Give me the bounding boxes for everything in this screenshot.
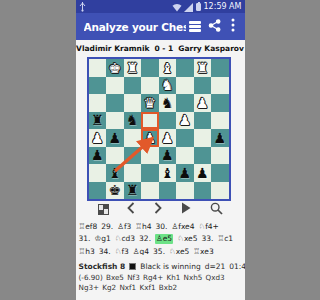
square-g4[interactable] bbox=[106, 112, 124, 130]
square-f2[interactable] bbox=[124, 77, 142, 95]
square-c5[interactable] bbox=[176, 129, 194, 147]
square-g8[interactable]: ♚ bbox=[106, 182, 124, 200]
flip-board-button[interactable] bbox=[98, 202, 109, 217]
app-title: Analyze your Chess bbox=[84, 21, 186, 33]
status-bar: 12:59 AM bbox=[76, 0, 245, 13]
square-d5[interactable]: ♟ bbox=[159, 129, 177, 147]
current-move[interactable]: ♙e5 bbox=[155, 234, 173, 243]
piece-bK: ♚ bbox=[108, 183, 121, 197]
overflow-menu-button[interactable] bbox=[224, 13, 243, 40]
move-token[interactable]: ♔g1 bbox=[94, 234, 110, 243]
move-token[interactable]: 32. bbox=[139, 234, 151, 243]
players-header: Vladimir Kramnik 0 - 1 Garry Kasparov bbox=[76, 40, 245, 57]
square-a2[interactable] bbox=[211, 77, 229, 95]
piece-bR: ♜ bbox=[126, 183, 139, 197]
board-toolbar bbox=[76, 201, 245, 218]
square-d1[interactable]: ♝ bbox=[159, 59, 177, 77]
square-e6[interactable] bbox=[141, 147, 159, 165]
square-h5[interactable]: ♟ bbox=[89, 129, 107, 147]
square-c4[interactable]: ♟ bbox=[176, 112, 194, 130]
move-token[interactable]: ♘f3 bbox=[115, 247, 129, 255]
piece-bN: ♞ bbox=[161, 96, 174, 110]
square-d7[interactable]: ♝ bbox=[159, 164, 177, 182]
piece-wB: ♝ bbox=[161, 61, 174, 75]
square-e4[interactable] bbox=[141, 112, 159, 130]
app-bar: Analyze your Chess bbox=[76, 13, 245, 40]
square-g1[interactable]: ♚ bbox=[106, 59, 124, 77]
piece-wN: ♞ bbox=[161, 78, 174, 92]
piece-bP: ♟ bbox=[161, 148, 174, 162]
piece-wR: ♜ bbox=[196, 61, 209, 75]
app-screen: 12:59 AM Analyze your Chess Vladimir Kra… bbox=[76, 0, 245, 300]
square-f3[interactable] bbox=[124, 94, 142, 112]
square-f1[interactable]: ♜ bbox=[124, 59, 142, 77]
chess-board[interactable]: ♚♜♝♜♞♛♞♟♜♞♟♟♟♟♟♟♟♟♝♝♟♟♚♜ bbox=[87, 57, 231, 201]
square-g7[interactable]: ♝ bbox=[106, 164, 124, 182]
move-token[interactable]: ♘xe5 bbox=[177, 234, 197, 243]
engine-name: Stockfish 8 bbox=[79, 262, 126, 271]
move-token[interactable]: ♖ef8 bbox=[79, 222, 98, 231]
game-list-icon bbox=[189, 21, 201, 32]
square-b8[interactable] bbox=[194, 182, 212, 200]
analysis-zoom-button[interactable] bbox=[210, 202, 223, 217]
square-c7[interactable]: ♟ bbox=[176, 164, 194, 182]
square-a7[interactable] bbox=[211, 164, 229, 182]
square-g3[interactable] bbox=[106, 94, 124, 112]
side-to-move-icon bbox=[129, 263, 136, 270]
move-token[interactable]: ♘f4+ bbox=[198, 222, 218, 231]
piece-wR: ♜ bbox=[126, 61, 139, 75]
piece-wP: ♟ bbox=[161, 131, 174, 145]
piece-bP: ♟ bbox=[108, 131, 121, 145]
square-b1[interactable]: ♜ bbox=[194, 59, 212, 77]
square-f4[interactable]: ♞ bbox=[124, 112, 142, 130]
square-a5[interactable]: ♟ bbox=[211, 129, 229, 147]
square-e2[interactable] bbox=[141, 77, 159, 95]
next-move-icon bbox=[154, 202, 162, 217]
move-token[interactable]: ♙f3 bbox=[117, 222, 131, 231]
square-g6[interactable] bbox=[106, 147, 124, 165]
square-b4[interactable] bbox=[194, 112, 212, 130]
piece-wQ: ♛ bbox=[143, 96, 156, 110]
square-b6[interactable] bbox=[194, 147, 212, 165]
piece-wP: ♟ bbox=[178, 113, 191, 127]
move-token[interactable]: ♘cd3 bbox=[115, 234, 135, 243]
square-h8[interactable] bbox=[89, 182, 107, 200]
square-f7[interactable] bbox=[124, 164, 142, 182]
move-token[interactable]: ♘xe5 bbox=[169, 247, 189, 255]
piece-bP: ♟ bbox=[196, 166, 209, 180]
square-e5[interactable]: ♟ bbox=[141, 129, 159, 147]
square-a8[interactable] bbox=[211, 182, 229, 200]
square-f5[interactable] bbox=[124, 129, 142, 147]
square-e7[interactable] bbox=[141, 164, 159, 182]
piece-bP: ♟ bbox=[178, 166, 191, 180]
battery-icon bbox=[196, 3, 201, 11]
black-player-name: Garry Kasparov bbox=[178, 44, 244, 53]
move-token[interactable]: ♙g4 bbox=[133, 247, 149, 255]
previous-move-icon bbox=[127, 202, 135, 217]
move-token[interactable]: 31. bbox=[79, 234, 91, 243]
share-icon bbox=[208, 19, 221, 35]
move-token[interactable]: 30. bbox=[156, 222, 168, 231]
square-c8[interactable] bbox=[176, 182, 194, 200]
piece-bP: ♟ bbox=[91, 148, 104, 162]
move-token[interactable]: ♖h3 bbox=[79, 247, 95, 255]
white-player-name: Vladimir Kramnik bbox=[76, 44, 149, 53]
square-d4[interactable] bbox=[159, 112, 177, 130]
piece-bP: ♟ bbox=[213, 131, 226, 145]
square-b7[interactable]: ♟ bbox=[194, 164, 212, 182]
square-b5[interactable] bbox=[194, 129, 212, 147]
square-h1[interactable] bbox=[89, 59, 107, 77]
square-c6[interactable] bbox=[176, 147, 194, 165]
zoom-analysis-icon bbox=[210, 202, 223, 218]
piece-wK: ♚ bbox=[108, 61, 121, 75]
play-icon bbox=[181, 202, 191, 217]
square-h7[interactable] bbox=[89, 164, 107, 182]
engine-line: (-6.90) Bxe5 Nf3 Rg4+ Kh1 Nxh5 Qxd3 Ng3+… bbox=[79, 273, 242, 293]
square-c3[interactable] bbox=[176, 94, 194, 112]
move-token[interactable]: ♖xe3 bbox=[193, 247, 213, 255]
game-list-button[interactable] bbox=[186, 13, 205, 40]
move-token[interactable]: 29. bbox=[101, 222, 113, 231]
square-b3[interactable]: ♟ bbox=[194, 94, 212, 112]
move-token[interactable]: ♖c1 bbox=[217, 234, 233, 243]
square-f6[interactable] bbox=[124, 147, 142, 165]
square-g5[interactable]: ♟ bbox=[106, 129, 124, 147]
square-h6[interactable]: ♟ bbox=[89, 147, 107, 165]
move-token[interactable]: 34. bbox=[99, 247, 111, 255]
prev-move-button[interactable] bbox=[127, 202, 135, 217]
piece-wP: ♟ bbox=[143, 131, 156, 145]
square-f8[interactable]: ♜ bbox=[124, 182, 142, 200]
piece-bB: ♝ bbox=[108, 166, 121, 180]
square-d6[interactable]: ♟ bbox=[159, 147, 177, 165]
engine-status-row: Stockfish 8 Black is winning d=21 01:41 bbox=[79, 260, 242, 273]
engine-clock: 01:41 bbox=[229, 262, 244, 271]
engine-panel: Stockfish 8 Black is winning d=21 01:41 … bbox=[76, 255, 245, 293]
flip-board-icon bbox=[98, 204, 109, 215]
move-token[interactable]: 35. bbox=[153, 247, 165, 255]
piece-wP: ♟ bbox=[196, 96, 209, 110]
square-a1[interactable] bbox=[211, 59, 229, 77]
square-h2[interactable] bbox=[89, 77, 107, 95]
square-e1[interactable] bbox=[141, 59, 159, 77]
piece-bR: ♜ bbox=[91, 113, 104, 127]
square-e3[interactable]: ♛ bbox=[141, 94, 159, 112]
square-c1[interactable] bbox=[176, 59, 194, 77]
move-token[interactable]: ♙fxe4 bbox=[172, 222, 195, 231]
overflow-menu-icon bbox=[231, 18, 235, 35]
move-token[interactable]: ♖h4 bbox=[135, 222, 151, 231]
square-h3[interactable] bbox=[89, 94, 107, 112]
piece-bN: ♞ bbox=[126, 113, 139, 127]
square-e8[interactable] bbox=[141, 182, 159, 200]
next-move-button[interactable] bbox=[154, 202, 162, 217]
move-list: ♖ef829.♙f3♖h430.♙fxe4♘f4+31.♔g1♘cd332.♙e… bbox=[76, 218, 245, 255]
square-d3[interactable]: ♞ bbox=[159, 94, 177, 112]
share-button[interactable] bbox=[205, 13, 224, 40]
square-d2[interactable]: ♞ bbox=[159, 77, 177, 95]
game-result: 0 - 1 bbox=[154, 44, 173, 53]
status-time: 12:59 AM bbox=[204, 0, 242, 13]
play-button[interactable] bbox=[181, 202, 191, 217]
square-g2[interactable] bbox=[106, 77, 124, 95]
engine-depth: d=21 bbox=[205, 262, 226, 271]
move-token[interactable]: 33. bbox=[201, 234, 213, 243]
square-b2[interactable] bbox=[194, 77, 212, 95]
wifi-icon bbox=[172, 0, 182, 16]
piece-wP: ♟ bbox=[91, 131, 104, 145]
piece-bB: ♝ bbox=[161, 166, 174, 180]
square-a6[interactable] bbox=[211, 147, 229, 165]
usb-debug-icon bbox=[79, 2, 86, 12]
square-a4[interactable] bbox=[211, 112, 229, 130]
square-d8[interactable] bbox=[159, 182, 177, 200]
engine-assessment: Black is winning bbox=[140, 262, 200, 271]
square-h4[interactable]: ♜ bbox=[89, 112, 107, 130]
square-c2[interactable] bbox=[176, 77, 194, 95]
square-a3[interactable] bbox=[211, 94, 229, 112]
